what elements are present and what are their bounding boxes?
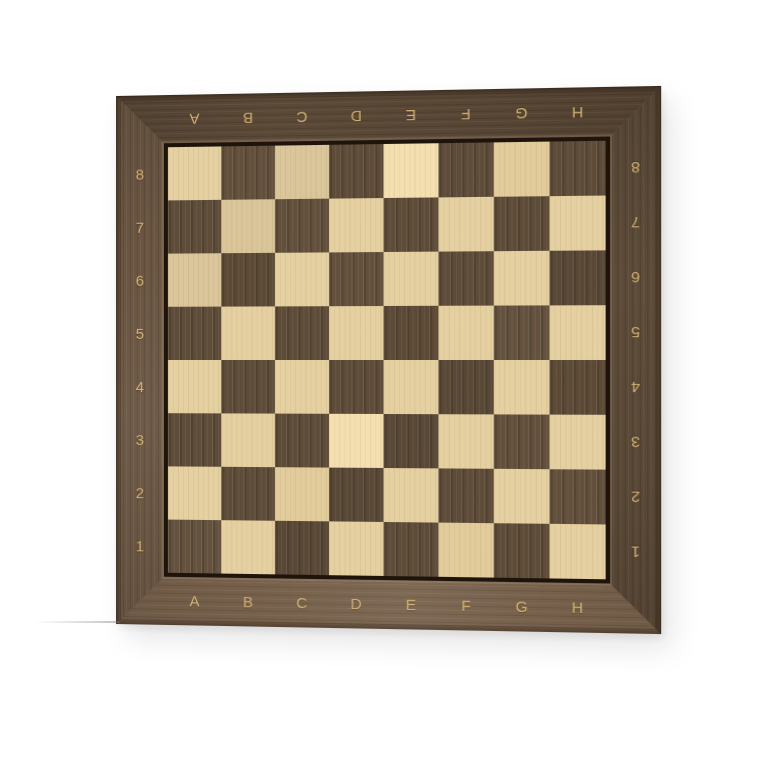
square-h8[interactable] (549, 141, 605, 196)
rank-labels-right: 87654321 (610, 140, 661, 580)
square-c4[interactable] (275, 360, 329, 414)
file-label-bottom-g: G (494, 582, 550, 632)
square-g7[interactable] (494, 196, 550, 251)
square-g6[interactable] (494, 251, 550, 306)
square-f3[interactable] (438, 414, 493, 469)
square-h1[interactable] (549, 524, 605, 579)
file-label-bottom-h: H (549, 583, 605, 633)
square-f8[interactable] (438, 142, 493, 197)
square-g3[interactable] (494, 414, 550, 469)
square-f6[interactable] (438, 251, 493, 306)
square-c8[interactable] (275, 145, 329, 199)
square-f4[interactable] (438, 360, 493, 414)
rank-label-left-8: 8 (116, 147, 164, 201)
square-d8[interactable] (329, 144, 383, 199)
square-d4[interactable] (329, 360, 383, 414)
square-d3[interactable] (329, 414, 383, 468)
square-h3[interactable] (549, 415, 605, 470)
rank-label-right-7: 7 (610, 195, 661, 250)
table-shadow-line (34, 621, 120, 623)
square-h5[interactable] (549, 305, 605, 360)
file-label-top-c: C (275, 92, 329, 142)
square-c1[interactable] (275, 521, 329, 575)
file-label-bottom-f: F (438, 581, 493, 631)
square-c3[interactable] (275, 414, 329, 468)
square-d7[interactable] (329, 198, 383, 252)
square-b3[interactable] (221, 413, 275, 467)
square-b4[interactable] (221, 360, 275, 414)
rank-label-left-3: 3 (116, 413, 164, 466)
square-c7[interactable] (275, 199, 329, 253)
square-g1[interactable] (494, 523, 550, 578)
rank-label-right-2: 2 (610, 470, 661, 525)
rank-label-left-6: 6 (116, 254, 164, 307)
playing-field (164, 137, 610, 584)
square-e4[interactable] (383, 360, 438, 414)
file-label-bottom-d: D (329, 579, 383, 629)
rank-label-right-1: 1 (610, 525, 661, 581)
file-label-bottom-a: A (168, 577, 221, 626)
square-b2[interactable] (221, 467, 275, 521)
square-g2[interactable] (494, 469, 550, 524)
square-d6[interactable] (329, 252, 383, 306)
square-f1[interactable] (438, 523, 493, 578)
square-b7[interactable] (221, 199, 275, 253)
rank-label-right-8: 8 (610, 140, 661, 196)
square-c5[interactable] (275, 306, 329, 360)
file-labels-top: ABCDEFGH (168, 87, 606, 143)
square-e3[interactable] (383, 414, 438, 468)
rank-labels-left: 87654321 (116, 147, 164, 572)
square-g4[interactable] (494, 360, 550, 415)
rank-label-right-6: 6 (610, 250, 661, 305)
file-label-top-b: B (221, 93, 275, 142)
square-f2[interactable] (438, 468, 493, 523)
rank-label-left-7: 7 (116, 200, 164, 254)
square-f7[interactable] (438, 197, 493, 252)
square-c2[interactable] (275, 467, 329, 521)
square-e7[interactable] (383, 197, 438, 252)
square-a2[interactable] (168, 466, 221, 520)
square-a3[interactable] (168, 413, 221, 467)
square-e6[interactable] (383, 252, 438, 306)
file-label-top-a: A (168, 94, 221, 143)
square-e2[interactable] (383, 468, 438, 523)
rank-label-right-3: 3 (610, 415, 661, 470)
square-h4[interactable] (549, 360, 605, 415)
rank-label-left-4: 4 (116, 360, 164, 413)
file-label-bottom-b: B (221, 578, 275, 627)
square-e5[interactable] (383, 306, 438, 360)
square-h2[interactable] (549, 469, 605, 524)
rank-label-right-4: 4 (610, 360, 661, 415)
square-a4[interactable] (168, 360, 221, 413)
square-b5[interactable] (221, 306, 275, 360)
square-c6[interactable] (275, 252, 329, 306)
board-grid (168, 141, 606, 580)
rank-label-left-1: 1 (116, 519, 164, 573)
square-a7[interactable] (168, 200, 221, 254)
square-a8[interactable] (168, 146, 221, 200)
square-d2[interactable] (329, 468, 383, 522)
square-a1[interactable] (168, 520, 221, 574)
square-a6[interactable] (168, 253, 221, 307)
file-label-bottom-e: E (383, 580, 438, 630)
photo-background: ABCDEFGH ABCDEFGH 87654321 87654321 (0, 0, 768, 768)
square-d5[interactable] (329, 306, 383, 360)
square-b8[interactable] (221, 146, 275, 200)
square-d1[interactable] (329, 521, 383, 576)
file-labels-bottom: ABCDEFGH (168, 577, 606, 633)
square-e8[interactable] (383, 143, 438, 198)
file-label-top-e: E (383, 90, 438, 140)
file-label-top-d: D (329, 91, 383, 141)
square-b1[interactable] (221, 520, 275, 574)
file-label-top-g: G (494, 88, 550, 138)
square-e1[interactable] (383, 522, 438, 577)
file-label-top-h: H (549, 87, 605, 137)
file-label-top-f: F (438, 89, 493, 139)
rank-label-right-5: 5 (610, 305, 661, 360)
file-label-bottom-c: C (275, 578, 329, 628)
square-b6[interactable] (221, 253, 275, 307)
square-f5[interactable] (438, 306, 493, 360)
square-a5[interactable] (168, 307, 221, 360)
rank-label-left-5: 5 (116, 307, 164, 360)
square-g5[interactable] (494, 305, 550, 360)
square-h6[interactable] (549, 250, 605, 305)
square-h7[interactable] (549, 196, 605, 251)
chessboard: ABCDEFGH ABCDEFGH 87654321 87654321 (116, 86, 661, 634)
rank-label-left-2: 2 (116, 466, 164, 520)
square-g8[interactable] (494, 142, 550, 197)
